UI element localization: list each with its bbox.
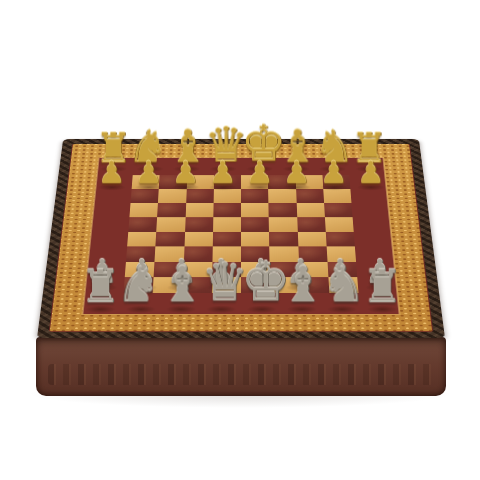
square-c3[interactable]: [183, 247, 212, 262]
square-h8[interactable]: [322, 175, 350, 189]
square-c8[interactable]: [186, 175, 214, 189]
square-e8[interactable]: [241, 175, 268, 189]
square-a6[interactable]: [129, 203, 158, 217]
square-d7[interactable]: [213, 189, 241, 203]
square-b6[interactable]: [157, 203, 185, 217]
square-b7[interactable]: [158, 189, 186, 203]
square-b8[interactable]: [159, 175, 187, 189]
square-g3[interactable]: [298, 247, 327, 262]
square-d8[interactable]: [214, 175, 241, 189]
square-e6[interactable]: [241, 203, 269, 217]
square-d1[interactable]: [212, 277, 241, 293]
square-e4[interactable]: [241, 232, 269, 247]
board-box: [36, 337, 446, 396]
square-h4[interactable]: [326, 232, 355, 247]
square-f3[interactable]: [269, 247, 298, 262]
square-a4[interactable]: [127, 232, 156, 247]
square-g6[interactable]: [296, 203, 324, 217]
square-a3[interactable]: [126, 247, 156, 262]
square-d5[interactable]: [213, 217, 241, 232]
square-c1[interactable]: [182, 277, 212, 293]
square-a7[interactable]: [131, 189, 159, 203]
square-a1[interactable]: [124, 277, 154, 293]
square-h2[interactable]: [327, 262, 357, 277]
square-c6[interactable]: [185, 203, 213, 217]
square-h1[interactable]: [328, 277, 358, 293]
square-g4[interactable]: [297, 232, 326, 247]
square-g5[interactable]: [297, 217, 326, 232]
square-h6[interactable]: [324, 203, 353, 217]
square-h7[interactable]: [323, 189, 351, 203]
square-b2[interactable]: [154, 262, 184, 277]
square-d3[interactable]: [212, 247, 241, 262]
square-e1[interactable]: [241, 277, 270, 293]
square-a8[interactable]: [132, 175, 160, 189]
square-b3[interactable]: [155, 247, 184, 262]
square-e5[interactable]: [241, 217, 269, 232]
square-d6[interactable]: [213, 203, 241, 217]
square-g7[interactable]: [296, 189, 324, 203]
square-c7[interactable]: [186, 189, 214, 203]
square-c4[interactable]: [184, 232, 213, 247]
square-e7[interactable]: [241, 189, 269, 203]
square-a2[interactable]: [125, 262, 155, 277]
carved-trim: [37, 139, 445, 338]
square-c2[interactable]: [183, 262, 212, 277]
square-d4[interactable]: [213, 232, 241, 247]
square-h3[interactable]: [326, 247, 356, 262]
square-c5[interactable]: [185, 217, 213, 232]
square-f2[interactable]: [270, 262, 299, 277]
square-f6[interactable]: [269, 203, 297, 217]
square-e2[interactable]: [241, 262, 270, 277]
square-a5[interactable]: [128, 217, 157, 232]
square-g8[interactable]: [295, 175, 323, 189]
inner-frame: [82, 158, 399, 315]
box-emboss-band: [48, 364, 433, 385]
square-f5[interactable]: [269, 217, 297, 232]
square-f8[interactable]: [268, 175, 296, 189]
square-g1[interactable]: [299, 277, 329, 293]
square-e3[interactable]: [241, 247, 270, 262]
square-h5[interactable]: [325, 217, 354, 232]
board-squares-grid: [124, 175, 359, 293]
square-f1[interactable]: [270, 277, 300, 293]
square-g2[interactable]: [299, 262, 329, 277]
square-f7[interactable]: [268, 189, 296, 203]
square-b4[interactable]: [156, 232, 185, 247]
square-b1[interactable]: [153, 277, 183, 293]
ornate-border-band: [49, 144, 433, 332]
square-b5[interactable]: [156, 217, 185, 232]
chess-board: ♜♞♝♛♚♝♞♜♟♟♟♟♟♟♟♟♟♟♟♟♟♟♟♟♜♞♝♛♚♝♞♜: [37, 139, 445, 338]
square-d2[interactable]: [212, 262, 241, 277]
square-f4[interactable]: [269, 232, 298, 247]
chess-set-photo: ♜♞♝♛♚♝♞♜♟♟♟♟♟♟♟♟♟♟♟♟♟♟♟♟♜♞♝♛♚♝♞♜: [0, 0, 480, 480]
